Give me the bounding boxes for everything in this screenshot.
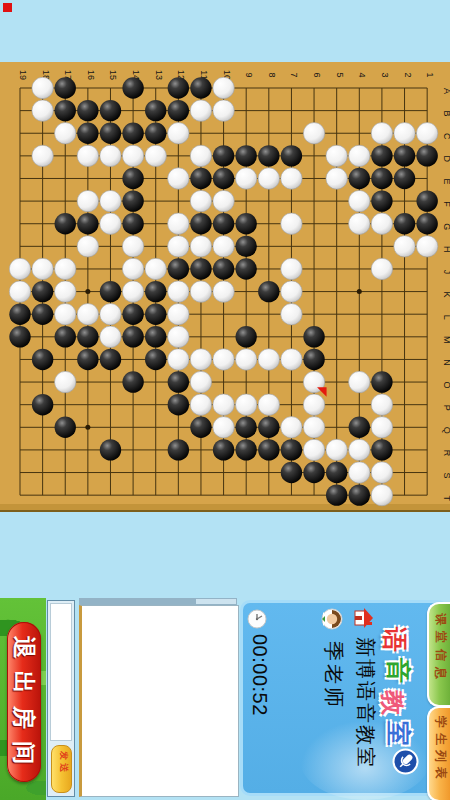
tab-class-info-label: 课堂信息 — [431, 613, 449, 693]
stone-white — [168, 213, 189, 234]
stone-white — [349, 145, 370, 166]
row-label: P — [442, 405, 450, 411]
classroom-icon — [352, 606, 376, 630]
stone-white — [32, 145, 53, 166]
stone-white — [77, 304, 98, 325]
stone-white — [258, 394, 279, 415]
column-label: 1 — [425, 72, 435, 77]
stone-white — [258, 168, 279, 189]
app-logo-char: 教 — [381, 690, 409, 718]
stone-black — [371, 190, 392, 211]
stone-white — [55, 304, 76, 325]
stone-white — [213, 77, 234, 98]
chat-input[interactable] — [50, 603, 72, 741]
column-label: 19 — [18, 70, 28, 80]
row-label: M — [442, 336, 450, 344]
stone-black — [55, 417, 76, 438]
stone-white — [213, 190, 234, 211]
stone-white — [281, 213, 302, 234]
stone-black — [168, 371, 189, 392]
stone-white — [213, 100, 234, 121]
stone-white — [213, 236, 234, 257]
classroom-name: 新博语音教室 — [353, 637, 379, 793]
row-label: D — [442, 156, 450, 163]
stone-white — [303, 123, 324, 144]
stone-white — [145, 145, 166, 166]
stone-black — [190, 77, 211, 98]
stone-white — [168, 304, 189, 325]
stone-white — [371, 123, 392, 144]
stone-black — [236, 236, 257, 257]
stone-white — [100, 213, 121, 234]
stone-black — [55, 213, 76, 234]
stone-black — [168, 77, 189, 98]
stone-white — [349, 190, 370, 211]
stone-black — [77, 326, 98, 347]
stone-white — [190, 100, 211, 121]
stone-black — [258, 281, 279, 302]
stone-white — [77, 236, 98, 257]
star-point — [357, 289, 362, 294]
stone-white — [77, 190, 98, 211]
stone-white — [371, 213, 392, 234]
stone-black — [416, 190, 437, 211]
stone-black — [122, 123, 143, 144]
stone-black — [326, 462, 347, 483]
stone-black — [190, 213, 211, 234]
row-label: B — [442, 111, 450, 117]
teacher-avatar-icon — [321, 608, 343, 630]
stone-white — [416, 123, 437, 144]
stone-black — [236, 258, 257, 279]
stone-black — [213, 439, 234, 460]
stone-white — [190, 145, 211, 166]
stone-black — [145, 123, 166, 144]
stone-white — [122, 281, 143, 302]
stone-white — [100, 145, 121, 166]
stone-white — [371, 394, 392, 415]
row-label: L — [442, 315, 450, 320]
stone-black — [9, 326, 30, 347]
stone-white — [281, 281, 302, 302]
stone-white — [168, 281, 189, 302]
stone-white — [371, 484, 392, 505]
student-list-area[interactable] — [79, 605, 239, 797]
stone-white — [190, 371, 211, 392]
status-bar — [0, 0, 450, 62]
stone-black — [213, 213, 234, 234]
stone-black — [258, 439, 279, 460]
stone-black — [281, 145, 302, 166]
stone-white — [213, 394, 234, 415]
column-label: 5 — [335, 72, 345, 77]
stone-black — [168, 258, 189, 279]
stone-black — [77, 213, 98, 234]
stone-white — [349, 439, 370, 460]
stone-white — [303, 439, 324, 460]
stone-black — [394, 145, 415, 166]
stone-white — [326, 145, 347, 166]
row-label: C — [442, 133, 450, 140]
column-label: 13 — [154, 70, 164, 80]
column-label: 2 — [403, 72, 413, 77]
stone-black — [303, 326, 324, 347]
stone-white — [213, 281, 234, 302]
stone-black — [55, 326, 76, 347]
stone-white — [32, 77, 53, 98]
stone-black — [122, 304, 143, 325]
stone-white — [394, 236, 415, 257]
stone-black — [168, 100, 189, 121]
stone-white — [281, 304, 302, 325]
column-label: 6 — [312, 72, 322, 77]
column-label: 7 — [289, 72, 299, 77]
board-edge-line — [0, 510, 450, 512]
tab-student-list-label: 学生列表 — [431, 716, 449, 792]
stone-black — [122, 168, 143, 189]
row-label: G — [442, 223, 450, 230]
stone-white — [122, 258, 143, 279]
stone-black — [326, 484, 347, 505]
app-window: 19A18B17C16D15E14F13G12H11J10K9L8M7N6O5P… — [0, 0, 450, 800]
column-label: 8 — [267, 72, 277, 77]
stone-black — [9, 304, 30, 325]
stone-black — [258, 145, 279, 166]
row-label: R — [442, 450, 450, 457]
stone-black — [416, 213, 437, 234]
record-indicator-icon — [3, 3, 12, 12]
stone-black — [32, 349, 53, 370]
stone-black — [371, 168, 392, 189]
stone-black — [145, 100, 166, 121]
column-label: 15 — [108, 70, 118, 80]
stone-white — [236, 394, 257, 415]
stone-white — [168, 236, 189, 257]
stone-white — [55, 371, 76, 392]
stone-black — [55, 77, 76, 98]
stone-white — [122, 145, 143, 166]
stone-white — [55, 123, 76, 144]
row-label: K — [442, 292, 450, 298]
stone-white — [55, 281, 76, 302]
column-label: 16 — [86, 70, 96, 80]
column-label: 4 — [357, 72, 367, 77]
exit-room-button-label: 退出房间 — [8, 632, 40, 780]
stone-white — [236, 168, 257, 189]
stone-black — [100, 123, 121, 144]
stone-black — [303, 462, 324, 483]
stone-white — [371, 417, 392, 438]
row-label: Q — [442, 427, 450, 434]
stone-black — [77, 123, 98, 144]
app-logo-char: 音 — [387, 658, 415, 686]
stone-black — [303, 349, 324, 370]
stone-black — [190, 168, 211, 189]
stone-black — [100, 349, 121, 370]
stone-black — [32, 394, 53, 415]
stone-white — [168, 168, 189, 189]
row-label: J — [442, 270, 450, 275]
stone-white — [100, 326, 121, 347]
stone-black — [236, 145, 257, 166]
stone-white — [349, 371, 370, 392]
stone-white — [258, 349, 279, 370]
stone-white — [303, 417, 324, 438]
stone-white — [168, 326, 189, 347]
stone-white — [326, 168, 347, 189]
stone-black — [32, 304, 53, 325]
stone-black — [258, 417, 279, 438]
go-board[interactable]: 19A18B17C16D15E14F13G12H11J10K9L8M7N6O5P… — [0, 62, 450, 512]
stone-white — [190, 190, 211, 211]
stone-black — [213, 168, 234, 189]
stone-black — [168, 394, 189, 415]
stone-white — [168, 123, 189, 144]
stone-white — [416, 236, 437, 257]
stone-white — [100, 304, 121, 325]
stone-white — [281, 168, 302, 189]
stone-black — [349, 484, 370, 505]
stone-black — [145, 349, 166, 370]
stone-white — [77, 145, 98, 166]
stone-black — [122, 213, 143, 234]
stone-black — [394, 168, 415, 189]
stone-white — [190, 236, 211, 257]
column-label: 3 — [380, 72, 390, 77]
stone-white — [349, 213, 370, 234]
stone-white — [190, 349, 211, 370]
stone-black — [236, 213, 257, 234]
stone-black — [122, 326, 143, 347]
stone-black — [122, 77, 143, 98]
row-label: E — [442, 178, 450, 184]
app-logo-char: 室 — [387, 721, 415, 749]
column-label: 9 — [244, 72, 254, 77]
stone-white — [281, 258, 302, 279]
stone-black — [371, 371, 392, 392]
stone-white — [100, 190, 121, 211]
stone-white — [236, 349, 257, 370]
stone-black — [416, 145, 437, 166]
stone-white — [122, 236, 143, 257]
stone-black — [122, 190, 143, 211]
stone-black — [349, 417, 370, 438]
stone-white — [32, 258, 53, 279]
stone-black — [122, 371, 143, 392]
row-label: O — [442, 382, 450, 389]
stone-black — [100, 281, 121, 302]
stone-black — [32, 281, 53, 302]
stone-black — [190, 417, 211, 438]
row-label: H — [442, 246, 450, 253]
stone-black — [145, 326, 166, 347]
stone-white — [55, 258, 76, 279]
stone-white — [371, 462, 392, 483]
stone-black — [281, 439, 302, 460]
clock-icon — [247, 609, 267, 629]
stone-black — [236, 417, 257, 438]
stone-white — [394, 123, 415, 144]
row-label: A — [442, 88, 450, 94]
send-button-label: 发送 — [52, 751, 70, 787]
stone-black — [145, 281, 166, 302]
stone-white — [9, 281, 30, 302]
stone-black — [371, 439, 392, 460]
stone-black — [190, 258, 211, 279]
stone-white — [190, 394, 211, 415]
stone-white — [349, 462, 370, 483]
stone-white — [168, 349, 189, 370]
row-label: F — [442, 201, 450, 207]
microphone-icon — [392, 748, 419, 775]
stone-black — [100, 100, 121, 121]
stone-black — [236, 439, 257, 460]
stone-black — [281, 462, 302, 483]
stone-white — [371, 258, 392, 279]
row-label: S — [442, 473, 450, 479]
stone-white — [9, 258, 30, 279]
stone-black — [213, 145, 234, 166]
stone-black — [77, 100, 98, 121]
stone-white — [326, 439, 347, 460]
teacher-name: 季老师 — [321, 641, 347, 713]
stone-black — [371, 145, 392, 166]
stone-black — [349, 168, 370, 189]
stone-white — [213, 349, 234, 370]
stone-white — [281, 417, 302, 438]
stone-white — [303, 394, 324, 415]
session-timer: 00:00:52 — [245, 634, 271, 760]
star-point — [85, 289, 90, 294]
row-label: N — [442, 359, 450, 366]
star-point — [85, 425, 90, 430]
stone-white — [145, 258, 166, 279]
stone-white — [32, 100, 53, 121]
stone-black — [145, 304, 166, 325]
stone-white — [213, 417, 234, 438]
stone-black — [213, 258, 234, 279]
stone-black — [55, 100, 76, 121]
app-logo-char: 语 — [383, 627, 411, 655]
stone-black — [236, 326, 257, 347]
list-scrollbar-thumb[interactable] — [196, 599, 236, 604]
stone-black — [168, 439, 189, 460]
stone-white — [190, 281, 211, 302]
stone-black — [100, 439, 121, 460]
row-label: T — [442, 495, 450, 501]
stone-black — [394, 213, 415, 234]
stone-white — [281, 349, 302, 370]
stone-black — [77, 349, 98, 370]
